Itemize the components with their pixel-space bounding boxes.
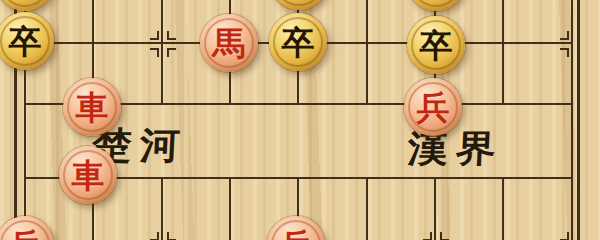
piece-glyph: 卒 <box>269 13 327 71</box>
piece-glyph: 兵 <box>267 216 325 240</box>
piece-black-piece-cutoff-top-file5[interactable] <box>270 0 328 10</box>
piece-red-pawn-file7-crossed-river[interactable]: 兵 <box>404 78 462 136</box>
grid-line-vertical <box>502 0 504 105</box>
point-marker-file3-rank6 <box>150 232 159 240</box>
xiangqi-screenshot: 楚河 漢界 卒卒卒馬車車兵兵兵 <box>0 0 600 240</box>
piece-glyph: 卒 <box>407 16 465 74</box>
point-marker-file3-rank6 <box>167 232 176 240</box>
piece-glyph: 卒 <box>0 12 54 70</box>
xiangqi-board[interactable]: 楚河 漢界 卒卒卒馬車車兵兵兵 <box>0 0 600 240</box>
piece-black-soldier-file5[interactable]: 卒 <box>269 13 327 71</box>
piece-glyph <box>407 0 465 11</box>
grid-line-vertical <box>366 0 368 105</box>
piece-glyph: 兵 <box>0 216 54 240</box>
grid-line-vertical <box>502 177 504 240</box>
piece-black-soldier-file1[interactable]: 卒 <box>0 12 54 70</box>
board-border-right <box>577 0 580 240</box>
piece-glyph: 馬 <box>200 14 258 72</box>
grid-line-vertical <box>229 177 231 240</box>
piece-black-soldier-file7[interactable]: 卒 <box>407 16 465 74</box>
point-marker-file9-rank3 <box>560 31 569 40</box>
piece-glyph: 車 <box>59 146 117 204</box>
piece-red-chariot-file2-rank5[interactable]: 車 <box>59 146 117 204</box>
point-marker-file3-rank3 <box>150 48 159 57</box>
grid-line-vertical <box>434 177 436 240</box>
point-marker-file3-rank3 <box>167 31 176 40</box>
piece-glyph <box>270 0 328 10</box>
grid-line-vertical <box>161 177 163 240</box>
point-marker-file3-rank3 <box>150 31 159 40</box>
piece-glyph: 兵 <box>404 78 462 136</box>
piece-red-pawn-file1-cutoff-bottom[interactable]: 兵 <box>0 216 54 240</box>
piece-red-chariot-file2-rank4[interactable]: 車 <box>63 78 121 136</box>
grid-line-vertical <box>571 0 573 240</box>
piece-black-piece-cutoff-top-file1[interactable] <box>0 0 54 11</box>
point-marker-file7-rank6 <box>440 232 449 240</box>
grid-line-vertical <box>161 0 163 105</box>
point-marker-file9-rank6 <box>560 232 569 240</box>
piece-glyph: 車 <box>63 78 121 136</box>
piece-glyph <box>0 0 54 11</box>
point-marker-file3-rank3 <box>167 48 176 57</box>
piece-black-piece-cutoff-top-file7[interactable] <box>407 0 465 11</box>
piece-red-horse-file4[interactable]: 馬 <box>200 14 258 72</box>
point-marker-file9-rank3 <box>560 48 569 57</box>
grid-line-vertical <box>366 177 368 240</box>
point-marker-file7-rank6 <box>423 232 432 240</box>
piece-red-pawn-file5-cutoff-bottom[interactable]: 兵 <box>267 216 325 240</box>
